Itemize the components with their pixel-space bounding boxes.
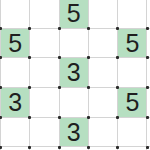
cell-r3c3[interactable] [88, 87, 117, 117]
cell-r1c2[interactable] [59, 28, 88, 58]
puzzle-board: 5553353 [0, 0, 150, 150]
grid-intersection-dot [116, 116, 119, 119]
cell-r5c3[interactable] [88, 146, 117, 150]
grid-intersection-dot [28, 27, 31, 30]
grid-intersection-dot [87, 116, 90, 119]
grid-intersection-dot [58, 86, 61, 89]
clue-cell-r1c0[interactable]: 5 [0, 28, 29, 58]
cell-r1c1[interactable] [29, 28, 58, 58]
grid-intersection-dot [146, 27, 149, 30]
cell-r4c4[interactable] [117, 117, 146, 147]
cell-r5c0[interactable] [0, 146, 29, 150]
grid-intersection-dot [58, 56, 61, 59]
grid-intersection-dot [146, 116, 149, 119]
grid-intersection-dot [28, 116, 31, 119]
clue-cell-r3c0[interactable]: 3 [0, 87, 29, 117]
cell-r2c5[interactable] [146, 57, 150, 87]
grid-intersection-dot [0, 146, 2, 149]
grid-intersection-dot [0, 116, 2, 119]
cell-r1c5[interactable] [146, 28, 150, 58]
grid-intersection-dot [58, 146, 61, 149]
grid-intersection-dot [58, 116, 61, 119]
cell-r2c4[interactable] [117, 57, 146, 87]
cell-r0c5[interactable] [146, 0, 150, 28]
grid-intersection-dot [146, 56, 149, 59]
cell-r0c4[interactable] [117, 0, 146, 28]
cell-r2c0[interactable] [0, 57, 29, 87]
cell-r4c5[interactable] [146, 117, 150, 147]
grid-intersection-dot [58, 27, 61, 30]
cell-r2c1[interactable] [29, 57, 58, 87]
clue-cell-r1c4[interactable]: 5 [117, 28, 146, 58]
grid-intersection-dot [0, 27, 2, 30]
cell-r0c0[interactable] [0, 0, 29, 28]
cell-r0c1[interactable] [29, 0, 58, 28]
cell-r3c5[interactable] [146, 87, 150, 117]
grid-intersection-dot [116, 27, 119, 30]
grid-intersection-dot [116, 86, 119, 89]
grid-intersection-dot [116, 146, 119, 149]
grid-intersection-dot [87, 86, 90, 89]
puzzle-viewport: 5553353 [0, 0, 150, 150]
cell-r3c1[interactable] [29, 87, 58, 117]
cell-r5c1[interactable] [29, 146, 58, 150]
cell-r1c3[interactable] [88, 28, 117, 58]
grid-intersection-dot [87, 27, 90, 30]
cell-r5c2[interactable] [59, 146, 88, 150]
clue-cell-r4c2[interactable]: 3 [59, 117, 88, 147]
grid-intersection-dot [0, 86, 2, 89]
cell-r3c2[interactable] [59, 87, 88, 117]
cell-r0c3[interactable] [88, 0, 117, 28]
grid-intersection-dot [146, 86, 149, 89]
grid-intersection-dot [87, 146, 90, 149]
clue-cell-r3c4[interactable]: 5 [117, 87, 146, 117]
cell-r2c3[interactable] [88, 57, 117, 87]
cell-r5c4[interactable] [117, 146, 146, 150]
cell-r4c1[interactable] [29, 117, 58, 147]
clue-cell-r2c2[interactable]: 3 [59, 57, 88, 87]
grid-intersection-dot [146, 146, 149, 149]
grid-intersection-dot [28, 146, 31, 149]
cell-r4c3[interactable] [88, 117, 117, 147]
clue-cell-r0c2[interactable]: 5 [59, 0, 88, 28]
cell-r4c0[interactable] [0, 117, 29, 147]
